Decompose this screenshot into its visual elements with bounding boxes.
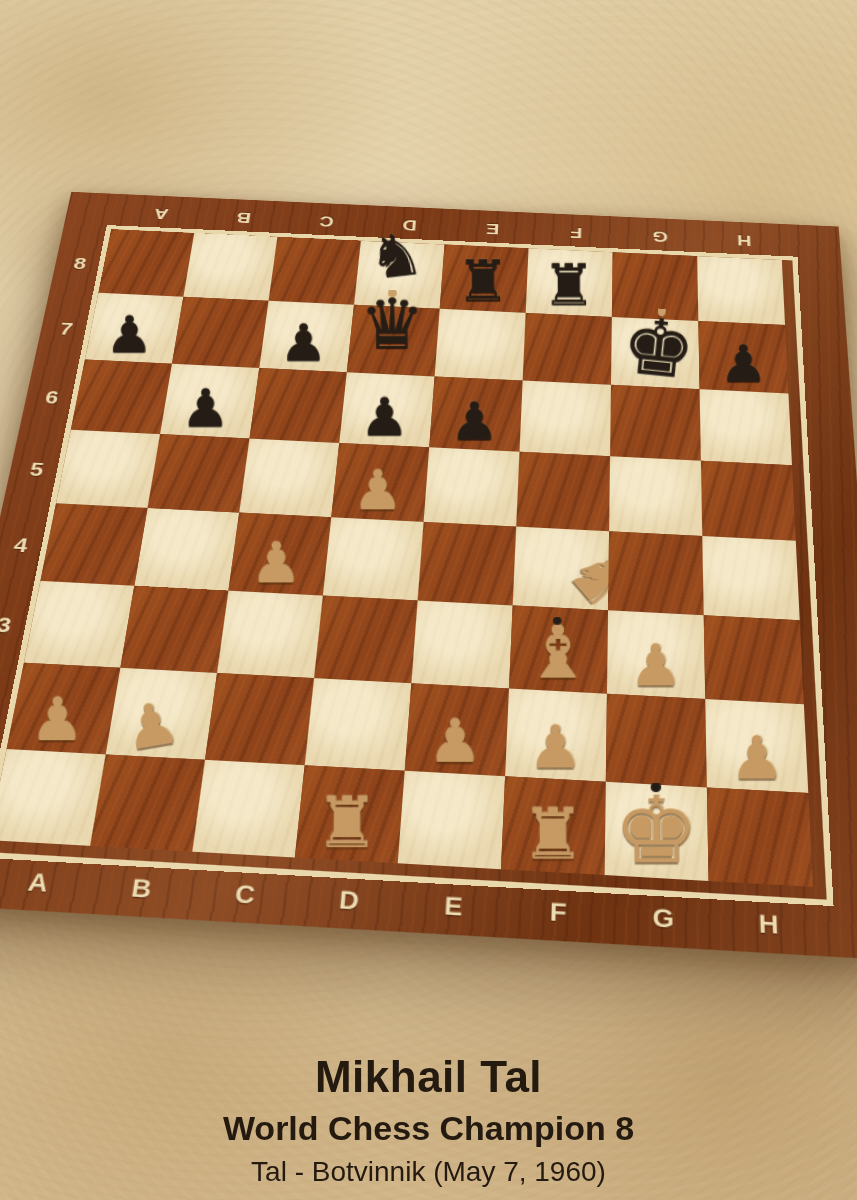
piece-white-pawn-h2: ♟	[706, 729, 807, 789]
square-h1	[706, 787, 812, 886]
square-g1: ♚	[604, 782, 708, 881]
square-d3	[314, 596, 418, 684]
square-c7: ♟	[259, 301, 354, 372]
square-a5	[56, 430, 160, 508]
square-d2	[304, 678, 411, 771]
piece-white-pawn-b2: ♟	[97, 689, 205, 764]
square-h7: ♟	[698, 321, 788, 393]
square-b2: ♟	[105, 668, 216, 760]
square-b6: ♟	[160, 364, 259, 439]
poster-subtitle: World Chess Champion 8	[0, 1109, 857, 1148]
square-a6	[70, 360, 171, 434]
piece-white-pawn-e2: ♟	[405, 712, 505, 771]
coord-label-G: G	[617, 217, 701, 257]
square-h6	[699, 389, 791, 465]
square-d1: ♜	[294, 765, 404, 863]
square-f2: ♟	[505, 689, 607, 782]
square-b4	[134, 508, 239, 591]
piece-black-pawn-b6: ♟	[160, 383, 250, 435]
coord-label-F: F	[533, 213, 618, 253]
piece-white-pawn-a2: ♟	[7, 691, 107, 750]
coord-label-B: B	[199, 198, 287, 237]
square-d5: ♟	[331, 443, 429, 522]
chess-board: ABCDEFGH ABCDEFGH 87654321 ♞♜♜♟♟♛♚♟♟♟♟♟♟…	[0, 192, 857, 960]
square-c2	[205, 673, 314, 765]
square-h4	[702, 536, 799, 620]
square-c8	[268, 237, 360, 305]
square-c6	[249, 368, 346, 443]
piece-black-pawn-a7: ♟	[85, 310, 173, 361]
square-c3	[217, 591, 323, 678]
coord-label-A: A	[0, 852, 94, 913]
piece-black-pawn-d6: ♟	[339, 391, 429, 444]
square-b8	[183, 233, 277, 301]
poster: ABCDEFGH ABCDEFGH 87654321 ♞♜♜♟♟♛♚♟♟♟♟♟♟…	[0, 0, 857, 1200]
piece-black-pawn-e6: ♟	[429, 396, 519, 449]
poster-title: Mikhail Tal	[0, 1052, 857, 1102]
square-g4	[608, 531, 704, 615]
piece-white-pawn-g3: ♟	[606, 637, 704, 695]
board-inlay-line: ♞♜♜♟♟♛♚♟♟♟♟♟♟♞♝♟♟♟♟♟♟♜♜♚	[0, 225, 833, 906]
coord-label-D: D	[366, 205, 452, 244]
coord-label-C: C	[282, 202, 369, 241]
square-a4	[40, 503, 147, 585]
square-f6	[519, 381, 610, 457]
piece-black-rook-e8: ♜	[439, 253, 525, 310]
coord-label-H: H	[701, 220, 786, 260]
piece-black-pawn-h7: ♟	[699, 339, 788, 390]
piece-white-pawn-d5: ♟	[331, 464, 423, 518]
square-a8	[98, 229, 194, 297]
coord-label-A: A	[116, 194, 205, 233]
square-e2: ♟	[404, 683, 508, 776]
piece-black-queen-d7: ♛	[348, 290, 435, 360]
square-f5	[516, 452, 610, 532]
square-e6: ♟	[429, 376, 522, 451]
square-f8: ♜	[525, 248, 612, 317]
square-g5	[609, 456, 702, 536]
finial-tip	[650, 782, 660, 792]
poster-event-line: Tal - Botvinnik (May 7, 1960)	[0, 1156, 857, 1188]
square-g2	[605, 694, 706, 788]
piece-black-pawn-c7: ♟	[259, 318, 347, 369]
piece-white-pawn-c4: ♟	[228, 536, 323, 592]
coord-label-E: E	[449, 209, 534, 249]
square-e5	[423, 447, 519, 526]
square-b3	[120, 586, 228, 673]
board-grid: ♞♜♜♟♟♛♚♟♟♟♟♟♟♞♝♟♟♟♟♟♟♜♜♚	[0, 229, 826, 899]
square-d6: ♟	[339, 372, 434, 447]
piece-white-rook-f1: ♜	[501, 800, 605, 870]
square-d4	[322, 517, 423, 600]
finial-tip	[657, 306, 666, 316]
caption-block: Mikhail Tal World Chess Champion 8 Tal -…	[0, 1052, 857, 1188]
square-f4: ♞	[512, 527, 608, 611]
square-e3	[411, 600, 512, 688]
coord-label-E: E	[399, 876, 507, 938]
board-wooden-border: ABCDEFGH ABCDEFGH 87654321 ♞♜♜♟♟♛♚♟♟♟♟♟♟…	[0, 192, 857, 960]
square-b1	[90, 754, 205, 851]
square-e7	[434, 309, 525, 381]
square-f1: ♜	[500, 776, 605, 875]
square-g7: ♚	[610, 317, 699, 389]
finial-tip	[388, 289, 397, 297]
square-e8: ♜	[439, 244, 528, 312]
square-h2: ♟	[705, 699, 808, 793]
square-a1	[0, 749, 105, 846]
square-a3	[24, 581, 134, 668]
finial-tip	[552, 617, 561, 625]
square-b5	[147, 434, 249, 513]
square-g3: ♟	[606, 610, 704, 699]
square-d7: ♛	[346, 305, 439, 377]
square-h8	[697, 256, 785, 325]
square-c5	[239, 438, 339, 517]
coord-label-C: C	[189, 864, 300, 926]
square-c1	[192, 760, 304, 858]
square-e1	[397, 771, 504, 869]
square-h5	[700, 461, 795, 541]
piece-white-rook-d1: ♜	[295, 789, 398, 859]
square-f7	[522, 313, 611, 385]
piece-black-rook-f8: ♜	[525, 257, 611, 314]
square-h3	[703, 615, 803, 704]
square-c4: ♟	[228, 513, 331, 596]
square-b7	[171, 297, 268, 368]
square-g6	[610, 385, 701, 461]
piece-white-king-g1: ♚	[604, 783, 708, 875]
piece-white-bishop-f3: ♝	[509, 617, 607, 690]
square-e4	[417, 522, 516, 605]
square-f3: ♝	[508, 605, 607, 693]
square-a7: ♟	[84, 293, 182, 364]
piece-black-king-g7: ♚	[610, 305, 706, 391]
piece-white-pawn-f2: ♟	[505, 718, 606, 777]
